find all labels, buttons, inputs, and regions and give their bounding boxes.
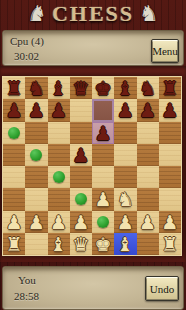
white-queen-d1: ♛ [72,233,89,255]
square-d3[interactable] [70,188,92,210]
square-e3[interactable]: ♟ [92,188,114,210]
black-pawn-e6: ♟ [95,122,112,144]
black-pawn-f7: ♟ [117,99,134,121]
black-pawn-g7: ♟ [139,99,156,121]
black-pawn-c7: ♟ [50,99,67,121]
square-g1[interactable] [137,233,159,255]
square-e2[interactable] [92,211,114,233]
square-c5[interactable] [48,144,70,166]
square-b1[interactable] [25,233,47,255]
legal-move-dot-b5[interactable] [30,149,42,161]
legal-move-dot-a6[interactable] [8,127,20,139]
white-bishop-c1: ♝ [50,233,67,255]
square-c8[interactable]: ♝ [48,77,70,99]
square-g7[interactable]: ♟ [137,99,159,121]
title-bar: ♞ CHESS ♞ [0,0,186,28]
black-pawn-b7: ♟ [28,99,45,121]
square-g8[interactable]: ♞ [137,77,159,99]
white-knight-f3: ♞ [117,188,134,210]
square-g3[interactable] [137,188,159,210]
black-bishop-f8: ♝ [117,77,134,99]
square-h7[interactable]: ♟ [159,99,181,121]
square-e1[interactable]: ♚ [92,233,114,255]
white-pawn-c2: ♟ [50,211,67,233]
square-f8[interactable]: ♝ [114,77,136,99]
square-g6[interactable] [137,122,159,144]
square-a4[interactable] [3,166,25,188]
square-h1[interactable]: ♜ [159,233,181,255]
square-b2[interactable]: ♟ [25,211,47,233]
player-panel: You 28:58 Undo [2,266,184,310]
white-king-e1: ♚ [95,233,112,255]
white-rook-a1: ♜ [6,233,23,255]
menu-button[interactable]: Menu [151,39,179,63]
player-name: You [18,274,36,286]
square-a8[interactable]: ♜ [3,77,25,99]
white-rook-h1: ♜ [161,233,178,255]
square-f7[interactable]: ♟ [114,99,136,121]
square-d6[interactable] [70,122,92,144]
opponent-clock: 30:02 [14,50,39,62]
square-d8[interactable]: ♛ [70,77,92,99]
square-e7[interactable] [92,99,114,121]
square-a5[interactable] [3,144,25,166]
knight-icon-left: ♞ [27,3,47,25]
square-b6[interactable] [25,122,47,144]
square-e6[interactable]: ♟ [92,122,114,144]
black-pawn-a7: ♟ [6,99,23,121]
square-f2[interactable]: ♟ [114,211,136,233]
player-clock: 28:58 [14,290,39,302]
square-h4[interactable] [159,166,181,188]
black-knight-b8: ♞ [28,77,45,99]
white-pawn-b2: ♟ [28,211,45,233]
black-rook-a8: ♜ [6,77,23,99]
square-b7[interactable]: ♟ [25,99,47,121]
black-queen-d8: ♛ [72,77,89,99]
square-e5[interactable] [92,144,114,166]
square-f5[interactable] [114,144,136,166]
square-e8[interactable]: ♚ [92,77,114,99]
square-c3[interactable] [48,188,70,210]
square-b8[interactable]: ♞ [25,77,47,99]
board-frame: ♜♞♝♛♚♝♞♜♟♟♟♟♟♟♟♟♟♞♟♟♟♟♟♟♟♜♝♛♚♝♜ [0,66,186,262]
square-g4[interactable] [137,166,159,188]
square-a2[interactable]: ♟ [3,211,25,233]
legal-move-dot-e2[interactable] [97,216,109,228]
white-pawn-a2: ♟ [6,211,23,233]
white-pawn-d2: ♟ [72,211,89,233]
square-f4[interactable] [114,166,136,188]
undo-button[interactable]: Undo [145,276,179,301]
square-h2[interactable]: ♟ [159,211,181,233]
square-b5[interactable] [25,144,47,166]
legal-move-dot-c4[interactable] [53,171,65,183]
square-d7[interactable] [70,99,92,121]
square-d1[interactable]: ♛ [70,233,92,255]
square-d4[interactable] [70,166,92,188]
square-b4[interactable] [25,166,47,188]
app-title: CHESS [52,1,134,27]
square-f6[interactable] [114,122,136,144]
square-e4[interactable] [92,166,114,188]
square-a3[interactable] [3,188,25,210]
square-g2[interactable]: ♟ [137,211,159,233]
square-h3[interactable] [159,188,181,210]
white-pawn-f2: ♟ [117,211,134,233]
square-h8[interactable]: ♜ [159,77,181,99]
square-c6[interactable] [48,122,70,144]
square-d5[interactable]: ♟ [70,144,92,166]
opponent-panel: Cpu (4) 30:02 Menu [2,30,184,66]
square-c7[interactable]: ♟ [48,99,70,121]
black-pawn-d5: ♟ [72,144,89,166]
black-knight-g8: ♞ [139,77,156,99]
square-c2[interactable]: ♟ [48,211,70,233]
square-b3[interactable] [25,188,47,210]
square-g5[interactable] [137,144,159,166]
square-h5[interactable] [159,144,181,166]
chess-board: ♜♞♝♛♚♝♞♜♟♟♟♟♟♟♟♟♟♞♟♟♟♟♟♟♟♜♝♛♚♝♜ [3,77,181,255]
white-bishop-f1: ♝ [117,233,134,255]
black-king-e8: ♚ [95,77,112,99]
opponent-name: Cpu (4) [10,35,44,47]
white-pawn-e3: ♟ [95,188,112,210]
white-pawn-g2: ♟ [139,211,156,233]
square-c1[interactable]: ♝ [48,233,70,255]
legal-move-dot-d3[interactable] [75,193,87,205]
knight-icon-right: ♞ [139,3,159,25]
square-a7[interactable]: ♟ [3,99,25,121]
square-a6[interactable] [3,122,25,144]
white-pawn-h2: ♟ [161,211,178,233]
black-pawn-h7: ♟ [161,99,178,121]
chess-app: ♞ CHESS ♞ Cpu (4) 30:02 Menu ♜♞♝♛♚♝♞♜♟♟♟… [0,0,186,310]
square-c4[interactable] [48,166,70,188]
square-h6[interactable] [159,122,181,144]
square-f3[interactable]: ♞ [114,188,136,210]
square-a1[interactable]: ♜ [3,233,25,255]
black-rook-h8: ♜ [161,77,178,99]
square-d2[interactable]: ♟ [70,211,92,233]
square-f1[interactable]: ♝ [114,233,136,255]
black-bishop-c8: ♝ [50,77,67,99]
